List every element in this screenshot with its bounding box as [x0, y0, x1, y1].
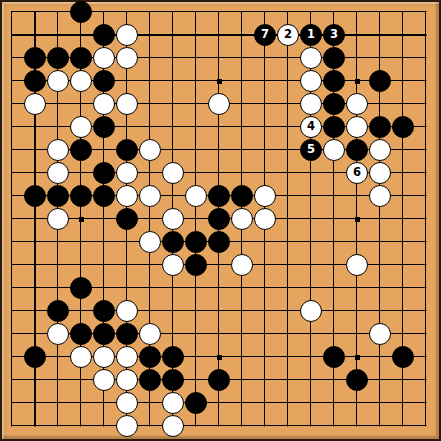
black-stone	[70, 323, 93, 346]
black-stone	[185, 392, 208, 415]
black-stone	[392, 116, 415, 139]
go-board-frame: 7213456	[0, 0, 441, 441]
star-point	[355, 79, 360, 84]
black-stone	[369, 70, 392, 93]
white-stone	[116, 415, 139, 438]
black-stone	[70, 185, 93, 208]
white-stone	[70, 116, 93, 139]
white-stone	[47, 162, 70, 185]
black-stone	[116, 139, 139, 162]
star-point	[355, 217, 360, 222]
white-stone	[116, 162, 139, 185]
white-stone	[254, 208, 277, 231]
black-stone	[139, 346, 162, 369]
black-stone	[116, 208, 139, 231]
white-stone	[346, 93, 369, 116]
black-stone	[70, 47, 93, 70]
white-stone	[116, 185, 139, 208]
white-stone	[300, 47, 323, 70]
black-stone	[93, 116, 116, 139]
play-area[interactable]: 7213456	[1, 1, 438, 438]
black-stone	[208, 231, 231, 254]
white-stone	[254, 185, 277, 208]
white-stone	[70, 346, 93, 369]
black-stone-move-3: 3	[323, 24, 346, 47]
black-stone	[323, 70, 346, 93]
white-stone	[231, 208, 254, 231]
white-stone	[369, 139, 392, 162]
white-stone	[47, 70, 70, 93]
black-stone	[162, 346, 185, 369]
black-stone	[24, 70, 47, 93]
white-stone	[93, 346, 116, 369]
white-stone	[139, 139, 162, 162]
black-stone	[70, 277, 93, 300]
black-stone	[323, 346, 346, 369]
white-stone	[116, 392, 139, 415]
white-stone	[116, 346, 139, 369]
white-stone	[323, 139, 346, 162]
black-stone	[208, 185, 231, 208]
black-stone	[369, 116, 392, 139]
black-stone	[162, 231, 185, 254]
white-stone	[162, 208, 185, 231]
black-stone	[116, 323, 139, 346]
black-stone	[162, 369, 185, 392]
white-stone	[162, 162, 185, 185]
white-stone	[162, 392, 185, 415]
black-stone	[139, 369, 162, 392]
white-stone	[139, 231, 162, 254]
black-stone	[323, 47, 346, 70]
white-stone	[116, 369, 139, 392]
white-stone	[139, 185, 162, 208]
white-stone	[116, 24, 139, 47]
white-stone	[300, 300, 323, 323]
white-stone	[47, 139, 70, 162]
white-stone	[300, 70, 323, 93]
black-stone	[47, 185, 70, 208]
white-stone-move-6: 6	[346, 162, 369, 185]
white-stone	[47, 323, 70, 346]
white-stone	[116, 300, 139, 323]
black-stone	[70, 139, 93, 162]
black-stone-move-1: 1	[300, 24, 323, 47]
black-stone-move-7: 7	[254, 24, 277, 47]
black-stone	[70, 1, 93, 24]
black-stone	[185, 231, 208, 254]
white-stone	[369, 323, 392, 346]
black-stone	[185, 254, 208, 277]
star-point	[217, 355, 222, 360]
white-stone	[162, 415, 185, 438]
white-stone	[93, 369, 116, 392]
white-stone	[300, 93, 323, 116]
black-stone	[24, 346, 47, 369]
black-stone	[47, 47, 70, 70]
black-stone	[231, 185, 254, 208]
white-stone	[24, 93, 47, 116]
black-stone	[93, 323, 116, 346]
white-stone-move-2: 2	[277, 24, 300, 47]
white-stone	[162, 254, 185, 277]
white-stone-move-4: 4	[300, 116, 323, 139]
black-stone	[346, 369, 369, 392]
black-stone	[24, 47, 47, 70]
black-stone	[93, 24, 116, 47]
white-stone	[47, 208, 70, 231]
white-stone	[185, 185, 208, 208]
white-stone	[208, 93, 231, 116]
white-stone	[346, 116, 369, 139]
white-stone	[369, 185, 392, 208]
black-stone	[93, 162, 116, 185]
black-stone	[93, 300, 116, 323]
white-stone	[116, 93, 139, 116]
black-stone	[47, 300, 70, 323]
white-stone	[231, 254, 254, 277]
black-stone-move-5: 5	[300, 139, 323, 162]
black-stone	[93, 70, 116, 93]
black-stone	[93, 185, 116, 208]
star-point	[79, 217, 84, 222]
black-stone	[392, 346, 415, 369]
black-stone	[24, 185, 47, 208]
white-stone	[93, 93, 116, 116]
star-point	[217, 79, 222, 84]
black-stone	[346, 139, 369, 162]
white-stone	[346, 254, 369, 277]
star-point	[355, 355, 360, 360]
white-stone	[70, 70, 93, 93]
black-stone	[323, 93, 346, 116]
white-stone	[139, 323, 162, 346]
black-stone	[208, 208, 231, 231]
white-stone	[93, 47, 116, 70]
white-stone	[369, 162, 392, 185]
white-stone	[116, 47, 139, 70]
black-stone	[208, 369, 231, 392]
black-stone	[323, 116, 346, 139]
